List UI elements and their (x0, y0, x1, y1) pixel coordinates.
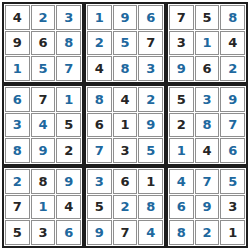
cell-r1c7[interactable]: 7 (169, 5, 194, 30)
cell-r8c4[interactable]: 5 (87, 195, 112, 220)
given-digit: 4 (13, 11, 22, 24)
box-1-2: 196257483 (84, 2, 166, 84)
given-digit: 5 (202, 11, 211, 24)
cell-r9c7[interactable]: 8 (169, 220, 194, 245)
solved-digit: 4 (146, 226, 155, 239)
given-digit: 9 (13, 36, 22, 49)
cell-r5c3[interactable]: 5 (56, 113, 81, 138)
given-digit: 7 (13, 200, 22, 213)
cell-r2c2[interactable]: 6 (31, 31, 56, 56)
cell-r2c5[interactable]: 5 (113, 31, 138, 56)
box-2-2: 842619735 (84, 84, 166, 166)
cell-r4c3[interactable]: 1 (56, 87, 81, 112)
cell-r1c6[interactable]: 6 (138, 5, 163, 30)
given-digit: 5 (13, 226, 22, 239)
given-digit: 8 (38, 175, 47, 188)
solved-digit: 6 (64, 226, 73, 239)
box-3-2: 361528974 (84, 166, 166, 248)
solved-digit: 6 (13, 93, 22, 106)
cell-r6c1[interactable]: 8 (5, 138, 30, 163)
given-digit: 3 (177, 36, 186, 49)
cell-r6c7[interactable]: 1 (169, 138, 194, 163)
cell-r4c5[interactable]: 4 (113, 87, 138, 112)
solved-digit: 9 (95, 226, 104, 239)
solved-digit: 2 (146, 93, 155, 106)
solved-digit: 3 (95, 175, 104, 188)
cell-r2c4[interactable]: 2 (87, 31, 112, 56)
cell-r4c2[interactable]: 7 (31, 87, 56, 112)
solved-digit: 3 (202, 93, 211, 106)
given-digit: 2 (64, 144, 73, 157)
cell-r7c1[interactable]: 2 (5, 169, 30, 194)
cell-r6c3[interactable]: 2 (56, 138, 81, 163)
cell-r3c1[interactable]: 1 (5, 56, 30, 81)
cell-r7c3[interactable]: 9 (56, 169, 81, 194)
given-digit: 4 (95, 62, 104, 75)
solved-digit: 7 (228, 118, 237, 131)
cell-r9c2[interactable]: 3 (31, 220, 56, 245)
cell-r9c8[interactable]: 2 (195, 220, 220, 245)
solved-digit: 4 (38, 118, 47, 131)
given-digit: 4 (64, 200, 73, 213)
box-1-3: 758314962 (166, 2, 248, 84)
solved-digit: 6 (228, 144, 237, 157)
cell-r6c8[interactable]: 4 (195, 138, 220, 163)
cell-r6c9[interactable]: 6 (220, 138, 245, 163)
cell-r7c2[interactable]: 8 (31, 169, 56, 194)
solved-digit: 8 (228, 11, 237, 24)
cell-r5c8[interactable]: 8 (195, 113, 220, 138)
cell-r4c7[interactable]: 5 (169, 87, 194, 112)
solved-digit: 1 (64, 93, 73, 106)
cell-r9c6[interactable]: 4 (138, 220, 163, 245)
solved-digit: 3 (64, 11, 73, 24)
solved-digit: 1 (95, 11, 104, 24)
cell-r1c9[interactable]: 8 (220, 5, 245, 30)
cell-r6c6[interactable]: 5 (138, 138, 163, 163)
cell-r6c4[interactable]: 7 (87, 138, 112, 163)
given-digit: 6 (95, 118, 104, 131)
cell-r7c5[interactable]: 6 (113, 169, 138, 194)
solved-digit: 5 (228, 175, 237, 188)
given-digit: 7 (146, 36, 155, 49)
cell-r1c8[interactable]: 5 (195, 5, 220, 30)
solved-digit: 5 (146, 144, 155, 157)
given-digit: 5 (177, 93, 186, 106)
solved-digit: 8 (146, 200, 155, 213)
cell-r5c2[interactable]: 4 (31, 113, 56, 138)
cell-r7c8[interactable]: 7 (195, 169, 220, 194)
cell-r8c7[interactable]: 6 (169, 195, 194, 220)
cell-r2c6[interactable]: 7 (138, 31, 163, 56)
solved-digit: 6 (177, 200, 186, 213)
cell-r2c8[interactable]: 1 (195, 31, 220, 56)
cell-r8c3[interactable]: 4 (56, 195, 81, 220)
cell-r9c1[interactable]: 5 (5, 220, 30, 245)
given-digit: 6 (38, 36, 47, 49)
cell-r3c2[interactable]: 5 (31, 56, 56, 81)
solved-digit: 8 (13, 144, 22, 157)
given-digit: 3 (38, 226, 47, 239)
sudoku-board: 4239681571962574837583149626713458928426… (2, 2, 248, 248)
solved-digit: 1 (177, 144, 186, 157)
given-digit: 5 (95, 200, 104, 213)
cell-r9c4[interactable]: 9 (87, 220, 112, 245)
given-digit: 4 (120, 93, 129, 106)
solved-digit: 9 (64, 175, 73, 188)
given-digit: 2 (177, 118, 186, 131)
cell-r9c9[interactable]: 1 (220, 220, 245, 245)
box-3-1: 289714536 (2, 166, 84, 248)
given-digit: 1 (146, 175, 155, 188)
given-digit: 4 (202, 144, 211, 157)
cell-r5c7[interactable]: 2 (169, 113, 194, 138)
solved-digit: 7 (64, 62, 73, 75)
cell-r7c6[interactable]: 1 (138, 169, 163, 194)
cell-r2c1[interactable]: 9 (5, 31, 30, 56)
given-digit: 1 (228, 226, 237, 239)
solved-digit: 9 (120, 11, 129, 24)
given-digit: 3 (228, 200, 237, 213)
cell-r4c8[interactable]: 3 (195, 87, 220, 112)
solved-digit: 2 (120, 200, 129, 213)
cell-r5c9[interactable]: 7 (220, 113, 245, 138)
solved-digit: 7 (95, 144, 104, 157)
solved-digit: 8 (95, 93, 104, 106)
given-digit: 7 (38, 93, 47, 106)
solved-digit: 2 (228, 62, 237, 75)
solved-digit: 2 (38, 11, 47, 24)
cell-r8c2[interactable]: 1 (31, 195, 56, 220)
cell-r3c4[interactable]: 4 (87, 56, 112, 81)
solved-digit: 2 (13, 175, 22, 188)
cell-r3c7[interactable]: 9 (169, 56, 194, 81)
solved-digit: 8 (64, 36, 73, 49)
solved-digit: 5 (38, 62, 47, 75)
solved-digit: 6 (146, 11, 155, 24)
solved-digit: 2 (202, 226, 211, 239)
cell-r9c5[interactable]: 7 (113, 220, 138, 245)
cell-r3c9[interactable]: 2 (220, 56, 245, 81)
cell-r4c6[interactable]: 2 (138, 87, 163, 112)
solved-digit: 9 (177, 62, 186, 75)
cell-r5c1[interactable]: 3 (5, 113, 30, 138)
given-digit: 6 (120, 175, 129, 188)
cell-r8c8[interactable]: 9 (195, 195, 220, 220)
solved-digit: 9 (202, 200, 211, 213)
solved-digit: 3 (13, 118, 22, 131)
given-digit: 7 (177, 11, 186, 24)
box-2-1: 671345892 (2, 84, 84, 166)
cell-r7c7[interactable]: 4 (169, 169, 194, 194)
given-digit: 7 (120, 226, 129, 239)
cell-r5c5[interactable]: 1 (113, 113, 138, 138)
given-digit: 6 (202, 62, 211, 75)
solved-digit: 4 (177, 175, 186, 188)
given-digit: 1 (120, 118, 129, 131)
cell-r5c4[interactable]: 6 (87, 113, 112, 138)
solved-digit: 8 (120, 62, 129, 75)
cell-r4c1[interactable]: 6 (5, 87, 30, 112)
cell-r3c8[interactable]: 6 (195, 56, 220, 81)
solved-digit: 9 (38, 144, 47, 157)
solved-digit: 8 (177, 226, 186, 239)
solved-digit: 1 (38, 200, 47, 213)
cell-r1c1[interactable]: 4 (5, 5, 30, 30)
cell-r6c2[interactable]: 9 (31, 138, 56, 163)
given-digit: 4 (228, 36, 237, 49)
cell-r1c2[interactable]: 2 (31, 5, 56, 30)
cell-r2c9[interactable]: 4 (220, 31, 245, 56)
cell-r3c6[interactable]: 3 (138, 56, 163, 81)
cell-r1c5[interactable]: 9 (113, 5, 138, 30)
solved-digit: 5 (120, 36, 129, 49)
cell-r1c3[interactable]: 3 (56, 5, 81, 30)
solved-digit: 8 (202, 118, 211, 131)
solved-digit: 9 (146, 118, 155, 131)
cell-r4c4[interactable]: 8 (87, 87, 112, 112)
solved-digit: 1 (202, 36, 211, 49)
box-1-1: 423968157 (2, 2, 84, 84)
box-2-3: 539287146 (166, 84, 248, 166)
cell-r7c9[interactable]: 5 (220, 169, 245, 194)
solved-digit: 7 (202, 175, 211, 188)
given-digit: 3 (120, 144, 129, 157)
cell-r6c5[interactable]: 3 (113, 138, 138, 163)
cell-r3c5[interactable]: 8 (113, 56, 138, 81)
solved-digit: 2 (95, 36, 104, 49)
cell-r8c6[interactable]: 8 (138, 195, 163, 220)
cell-r7c4[interactable]: 3 (87, 169, 112, 194)
solved-digit: 3 (146, 62, 155, 75)
cell-r3c3[interactable]: 7 (56, 56, 81, 81)
cell-r2c7[interactable]: 3 (169, 31, 194, 56)
cell-r4c9[interactable]: 9 (220, 87, 245, 112)
cell-r9c3[interactable]: 6 (56, 220, 81, 245)
given-digit: 5 (64, 118, 73, 131)
cell-r1c4[interactable]: 1 (87, 5, 112, 30)
cell-r5c6[interactable]: 9 (138, 113, 163, 138)
solved-digit: 1 (13, 62, 22, 75)
cell-r2c3[interactable]: 8 (56, 31, 81, 56)
cell-r8c5[interactable]: 2 (113, 195, 138, 220)
box-3-3: 475693821 (166, 166, 248, 248)
solved-digit: 9 (228, 93, 237, 106)
cell-r8c1[interactable]: 7 (5, 195, 30, 220)
cell-r8c9[interactable]: 3 (220, 195, 245, 220)
